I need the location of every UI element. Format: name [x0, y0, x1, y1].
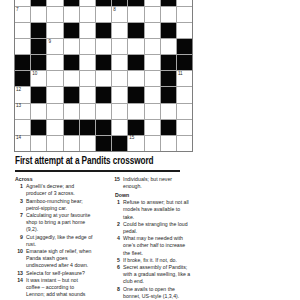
black-cell	[96, 23, 111, 38]
clue-number: 7	[14, 212, 23, 234]
clue-across-1: 1Agnelli’s decree; andproducer of 3 acro…	[14, 183, 108, 197]
white-cell[interactable]	[64, 7, 79, 22]
black-cell	[128, 0, 143, 6]
clue-text: Agnelli’s decree; andproducer of 3 acros…	[26, 183, 108, 197]
black-cell	[31, 39, 46, 54]
cell-clue-number: 13	[16, 103, 21, 109]
clue-down-2: 2Could be strangling the loudpedal.	[111, 221, 205, 235]
white-cell[interactable]: 7	[15, 7, 30, 22]
cell-clue-number: 15	[129, 135, 134, 141]
white-cell[interactable]: 13	[15, 104, 30, 119]
black-cell	[80, 120, 95, 135]
black-cell	[161, 87, 176, 102]
white-cell[interactable]	[80, 71, 95, 86]
black-cell	[128, 55, 143, 70]
page: { "game": "crossword", "title": "First a…	[0, 0, 300, 300]
white-cell[interactable]	[31, 104, 46, 119]
black-cell	[128, 120, 143, 135]
clue-down-1: 1Refuse to answer; but not allmodels hav…	[111, 199, 205, 221]
white-cell[interactable]	[177, 23, 192, 38]
clue-down-5: 5If broke, fix it. If not, do.	[111, 257, 205, 264]
cell-clue-number: 11	[178, 71, 183, 77]
black-cell	[31, 23, 46, 38]
clue-text: Calculating at your favouriteshop to bri…	[26, 212, 108, 234]
clue-text: What may be needed withone’s other half …	[123, 235, 205, 257]
clue-text: Bamboo-munching bear;petrol-sipping car.	[26, 198, 108, 212]
white-cell[interactable]	[80, 23, 95, 38]
cell-clue-number: 10	[32, 71, 37, 77]
cell-clue-number: 14	[16, 135, 21, 141]
white-cell[interactable]	[145, 71, 160, 86]
clue-text: Secret assembly of Pandits;with a gradua…	[123, 264, 205, 286]
white-cell[interactable]	[96, 71, 111, 86]
white-cell[interactable]: 15	[128, 136, 143, 151]
black-cell	[15, 55, 30, 70]
clue-section-header-across: Across	[15, 176, 108, 183]
clue-across-14: 14It was instant – but notcoffee – accor…	[14, 277, 108, 299]
white-cell[interactable]	[96, 104, 111, 119]
white-cell[interactable]	[96, 39, 111, 54]
black-cell	[161, 120, 176, 135]
page-title: First attempt at a Pandits crossword	[15, 153, 153, 166]
white-cell[interactable]	[80, 0, 95, 6]
white-cell[interactable]	[15, 39, 30, 54]
black-cell	[15, 71, 30, 86]
white-cell[interactable]	[177, 7, 192, 22]
clue-number: 1	[111, 199, 120, 221]
clue-text: If broke, fix it. If not, do.	[123, 257, 205, 264]
black-cell	[64, 120, 79, 135]
white-cell[interactable]	[80, 136, 95, 151]
clue-number: 10	[14, 248, 23, 270]
black-cell	[64, 0, 79, 6]
clue-section-header-down: Down	[115, 192, 205, 199]
crossword-grid: 789101112131415	[14, 0, 193, 152]
white-cell[interactable]	[112, 104, 127, 119]
black-cell	[112, 136, 127, 151]
clue-text: Individuals; but neverenough.	[123, 176, 205, 190]
white-cell[interactable]	[112, 23, 127, 38]
black-cell	[31, 87, 46, 102]
white-cell[interactable]	[47, 87, 62, 102]
white-cell[interactable]: 8	[112, 7, 127, 22]
black-cell	[96, 0, 111, 6]
black-cell	[161, 71, 176, 86]
clue-across-10: 10Emanate sigh of relief, whenPanda stas…	[14, 248, 108, 270]
white-cell[interactable]	[31, 136, 46, 151]
black-cell	[128, 87, 143, 102]
black-cell	[161, 0, 176, 6]
white-cell[interactable]: 14	[15, 136, 30, 151]
white-cell[interactable]	[145, 87, 160, 102]
white-cell[interactable]	[47, 71, 62, 86]
clue-number: 3	[14, 198, 23, 212]
black-cell	[31, 120, 46, 135]
clue-text: Selecta for self-pleasure?	[26, 270, 108, 277]
white-cell[interactable]	[80, 87, 95, 102]
clue-text: Could be strangling the loudpedal.	[123, 221, 205, 235]
black-cell	[96, 87, 111, 102]
white-cell[interactable]	[145, 0, 160, 6]
clue-across-9: 9Cut jaggedly, like the edge ofrust.	[14, 234, 108, 248]
white-cell[interactable]	[47, 136, 62, 151]
clue-across-7: 7Calculating at your favouriteshop to br…	[14, 212, 108, 234]
white-cell[interactable]	[47, 23, 62, 38]
white-cell[interactable]	[15, 0, 30, 6]
cell-clue-number: 8	[113, 7, 116, 13]
white-cell[interactable]	[64, 71, 79, 86]
clue-number: 8	[111, 286, 120, 300]
white-cell[interactable]	[31, 7, 46, 22]
white-cell[interactable]	[161, 7, 176, 22]
white-cell[interactable]	[47, 7, 62, 22]
white-cell[interactable]	[112, 55, 127, 70]
clue-number: 4	[111, 235, 120, 257]
clue-number: 6	[111, 264, 120, 286]
black-cell	[31, 55, 46, 70]
white-cell[interactable]	[145, 39, 160, 54]
white-cell[interactable]	[47, 104, 62, 119]
white-cell[interactable]	[80, 7, 95, 22]
black-cell	[96, 55, 111, 70]
white-cell[interactable]	[145, 104, 160, 119]
black-cell	[64, 23, 79, 38]
clue-down-8: 8One avails to open thebonnet, US-style …	[111, 286, 205, 300]
white-cell[interactable]	[47, 55, 62, 70]
clue-down-4: 4What may be needed withone’s other half…	[111, 235, 205, 257]
clues-column-left: Across1Agnelli’s decree; andproducer of …	[14, 176, 108, 298]
white-cell[interactable]: 9	[47, 39, 62, 54]
white-cell[interactable]	[64, 104, 79, 119]
cell-clue-number: 12	[16, 87, 21, 93]
white-cell[interactable]: 10	[31, 71, 46, 86]
white-cell[interactable]	[112, 120, 127, 135]
white-cell[interactable]	[15, 120, 30, 135]
clues-column-right: 15Individuals; but neverenough.Down1Refu…	[111, 176, 205, 300]
white-cell[interactable]	[47, 0, 62, 6]
clue-text: Refuse to answer; but not allmodels have…	[123, 199, 205, 221]
white-cell[interactable]	[177, 87, 192, 102]
black-cell	[96, 120, 111, 135]
white-cell[interactable]	[128, 7, 143, 22]
black-cell	[161, 55, 176, 70]
white-cell[interactable]	[112, 87, 127, 102]
white-cell[interactable]	[161, 39, 176, 54]
clue-number: 13	[14, 270, 23, 277]
white-cell[interactable]	[145, 7, 160, 22]
clue-number: 2	[111, 221, 120, 235]
white-cell[interactable]	[177, 120, 192, 135]
clue-text: Cut jaggedly, like the edge ofrust.	[26, 234, 108, 248]
white-cell[interactable]	[47, 120, 62, 135]
white-cell[interactable]: 11	[177, 71, 192, 86]
cell-clue-number: 7	[16, 7, 19, 13]
black-cell	[31, 0, 46, 6]
white-cell[interactable]	[64, 136, 79, 151]
clue-down-6: 6Secret assembly of Pandits;with a gradu…	[111, 264, 205, 286]
clue-number: 14	[14, 277, 23, 299]
clue-text: It was instant – but notcoffee – accordi…	[26, 277, 108, 299]
white-cell[interactable]	[145, 23, 160, 38]
heading-rule	[15, 170, 180, 172]
white-cell[interactable]	[177, 136, 192, 151]
white-cell[interactable]	[128, 39, 143, 54]
white-cell[interactable]	[161, 136, 176, 151]
clue-text: Emanate sigh of relief, whenPanda stash …	[26, 248, 108, 270]
black-cell	[161, 23, 176, 38]
white-cell[interactable]	[161, 104, 176, 119]
white-cell[interactable]	[80, 55, 95, 70]
white-cell[interactable]	[145, 120, 160, 135]
black-cell	[177, 39, 192, 54]
white-cell[interactable]	[96, 7, 111, 22]
white-cell[interactable]	[128, 104, 143, 119]
clue-number: 5	[111, 257, 120, 264]
clue-text: One avails to open thebonnet, US-style (…	[123, 286, 205, 300]
clue-across-13: 13Selecta for self-pleasure?	[14, 270, 108, 277]
black-cell	[64, 55, 79, 70]
white-cell[interactable]	[112, 71, 127, 86]
white-cell[interactable]	[80, 39, 95, 54]
black-cell	[177, 55, 192, 70]
clue-number: 9	[14, 234, 23, 248]
clue-number: 15	[111, 176, 120, 190]
black-cell	[96, 136, 111, 151]
white-cell[interactable]	[64, 39, 79, 54]
white-cell[interactable]	[177, 0, 192, 6]
white-cell[interactable]: 12	[15, 87, 30, 102]
white-cell[interactable]	[128, 71, 143, 86]
clue-across-3: 3Bamboo-munching bear;petrol-sipping car…	[14, 198, 108, 212]
clue-across-15: 15Individuals; but neverenough.	[111, 176, 205, 190]
white-cell[interactable]	[145, 55, 160, 70]
white-cell[interactable]	[15, 23, 30, 38]
white-cell[interactable]	[145, 136, 160, 151]
white-cell[interactable]	[177, 104, 192, 119]
black-cell	[112, 0, 127, 6]
cell-clue-number: 9	[48, 39, 51, 45]
black-cell	[64, 87, 79, 102]
white-cell[interactable]	[80, 104, 95, 119]
black-cell	[128, 23, 143, 38]
clue-number: 1	[14, 183, 23, 197]
white-cell[interactable]	[112, 39, 127, 54]
